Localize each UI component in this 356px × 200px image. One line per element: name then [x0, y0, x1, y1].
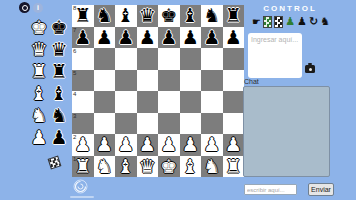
- square-a7[interactable]: 7♟: [72, 27, 94, 49]
- black-knight: ♞: [203, 6, 220, 25]
- square-b2[interactable]: ♟: [94, 134, 116, 156]
- white-pawn: ♟: [225, 135, 242, 154]
- square-b1[interactable]: ♞: [94, 156, 116, 178]
- square-c4[interactable]: [115, 91, 137, 113]
- square-e8[interactable]: ♚: [158, 5, 180, 27]
- square-e5[interactable]: [158, 70, 180, 92]
- rank-label-3: 3: [73, 113, 76, 120]
- piece-palette: ♚♚♛♛♜♜♝♝♞♞♟♟: [29, 16, 69, 148]
- square-e1[interactable]: ♚: [158, 156, 180, 178]
- palette-black-queen[interactable]: ♛: [49, 38, 69, 60]
- square-b5[interactable]: [94, 70, 116, 92]
- white-king: ♚: [160, 157, 177, 176]
- knight-icon[interactable]: ♞: [320, 16, 330, 27]
- white-bishop: ♝: [30, 84, 47, 103]
- black-king: ♚: [160, 6, 177, 25]
- black-pawn: ♟: [225, 28, 242, 47]
- white-queen: ♛: [30, 40, 47, 59]
- square-c6[interactable]: [115, 48, 137, 70]
- palette-white-bishop[interactable]: ♝: [29, 82, 49, 104]
- square-e2[interactable]: ♟: [158, 134, 180, 156]
- white-knight: ♞: [203, 157, 220, 176]
- palette-black-pawn[interactable]: ♟: [49, 126, 69, 148]
- white-pawn: ♟: [203, 135, 220, 154]
- black-pawn: ♟: [182, 28, 199, 47]
- square-c8[interactable]: ♝: [115, 5, 137, 27]
- white-pawn: ♟: [160, 135, 177, 154]
- green-pawn-icon[interactable]: ♟: [285, 16, 295, 27]
- square-h4[interactable]: [223, 91, 245, 113]
- watermark-caption: [70, 196, 94, 198]
- square-d1[interactable]: ♛: [137, 156, 159, 178]
- square-f8[interactable]: ♝: [180, 5, 202, 27]
- black-pawn: ♟: [96, 28, 113, 47]
- black-pawn: ♟: [139, 28, 156, 47]
- square-g1[interactable]: ♞: [201, 156, 223, 178]
- black-knight: ♞: [96, 6, 113, 25]
- white-pawn: ♟: [139, 135, 156, 154]
- square-h1[interactable]: ♜: [223, 156, 245, 178]
- chat-message-area[interactable]: [243, 86, 330, 177]
- white-pawn: ♟: [74, 135, 91, 154]
- black-pawn-icon[interactable]: ♟: [297, 16, 307, 27]
- square-f6[interactable]: [180, 48, 202, 70]
- square-d6[interactable]: [137, 48, 159, 70]
- black-rook: ♜: [225, 6, 242, 25]
- square-e7[interactable]: ♟: [158, 27, 180, 49]
- white-pawn: ♟: [96, 135, 113, 154]
- square-d2[interactable]: ♟: [137, 134, 159, 156]
- camera-icon[interactable]: [305, 65, 315, 73]
- chat-label: Chat: [244, 78, 259, 85]
- black-rook: ♜: [50, 62, 67, 81]
- square-c5[interactable]: [115, 70, 137, 92]
- square-a2[interactable]: 2♟: [72, 134, 94, 156]
- chess-app: i ♚♚♛♛♜♜♝♝♞♞♟♟ 8♜♞♝♛♚♝♞♜7♟♟♟♟♟♟♟♟65432♟♟…: [0, 0, 356, 200]
- square-d7[interactable]: ♟: [137, 27, 159, 49]
- white-knight: ♞: [30, 106, 47, 125]
- black-pawn: ♟: [74, 28, 91, 47]
- white-pawn: ♟: [117, 135, 134, 154]
- square-f7[interactable]: ♟: [180, 27, 202, 49]
- rank-label-4: 4: [73, 91, 76, 98]
- square-g5[interactable]: [201, 70, 223, 92]
- white-pawn: ♟: [30, 128, 47, 147]
- control-panel-title: CONTROL: [255, 4, 325, 13]
- palette-white-knight[interactable]: ♞: [29, 104, 49, 126]
- watermark-logo: [73, 179, 88, 194]
- square-c3[interactable]: [115, 113, 137, 135]
- chess-board: 8♜♞♝♛♚♝♞♜7♟♟♟♟♟♟♟♟65432♟♟♟♟♟♟♟♟1♜♞♝♛♚♝♞♜: [72, 5, 244, 177]
- about-icon[interactable]: [19, 2, 30, 13]
- square-d8[interactable]: ♛: [137, 5, 159, 27]
- square-h3[interactable]: [223, 113, 245, 135]
- rank-label-7: 7: [73, 27, 76, 34]
- black-pawn: ♟: [203, 28, 220, 47]
- square-g6[interactable]: [201, 48, 223, 70]
- refresh-icon[interactable]: ↻: [309, 16, 318, 27]
- square-f3[interactable]: [180, 113, 202, 135]
- bw-board-icon[interactable]: [274, 16, 283, 28]
- square-e6[interactable]: [158, 48, 180, 70]
- info-icon[interactable]: i: [33, 3, 43, 13]
- square-f1[interactable]: ♝: [180, 156, 202, 178]
- rank-label-8: 8: [73, 5, 76, 12]
- white-pawn: ♟: [182, 135, 199, 154]
- square-f4[interactable]: [180, 91, 202, 113]
- white-queen: ♛: [139, 157, 156, 176]
- black-pawn: ♟: [117, 28, 134, 47]
- black-queen: ♛: [50, 40, 67, 59]
- square-a3[interactable]: 3: [72, 113, 94, 135]
- square-g8[interactable]: ♞: [201, 5, 223, 27]
- palette-black-king[interactable]: ♚: [49, 16, 69, 38]
- white-rook: ♜: [225, 157, 242, 176]
- board-snapshot-icon[interactable]: [48, 156, 62, 170]
- white-king: ♚: [30, 18, 47, 37]
- black-knight: ♞: [50, 106, 67, 125]
- square-b3[interactable]: [94, 113, 116, 135]
- rank-label-5: 5: [73, 70, 76, 77]
- palette-black-knight[interactable]: ♞: [49, 104, 69, 126]
- square-b4[interactable]: [94, 91, 116, 113]
- chat-input[interactable]: [244, 184, 297, 195]
- square-b7[interactable]: ♟: [94, 27, 116, 49]
- black-queen: ♛: [139, 6, 156, 25]
- palette-white-king[interactable]: ♚: [29, 16, 49, 38]
- palette-white-queen[interactable]: ♛: [29, 38, 49, 60]
- square-a6[interactable]: 6: [72, 48, 94, 70]
- square-h5[interactable]: [223, 70, 245, 92]
- square-a4[interactable]: 4: [72, 91, 94, 113]
- square-h8[interactable]: ♜: [223, 5, 245, 27]
- send-button[interactable]: Enviar: [308, 183, 334, 196]
- square-d5[interactable]: [137, 70, 159, 92]
- white-bishop: ♝: [117, 157, 134, 176]
- square-d3[interactable]: [137, 113, 159, 135]
- square-e4[interactable]: [158, 91, 180, 113]
- white-rook: ♜: [74, 157, 91, 176]
- rank-label-2: 2: [73, 134, 76, 141]
- square-h7[interactable]: ♟: [223, 27, 245, 49]
- black-king: ♚: [50, 18, 67, 37]
- green-board-icon[interactable]: [263, 16, 272, 28]
- black-rook: ♜: [74, 6, 91, 25]
- palette-black-bishop[interactable]: ♝: [49, 82, 69, 104]
- palette-white-rook[interactable]: ♜: [29, 60, 49, 82]
- white-knight: ♞: [96, 157, 113, 176]
- square-c1[interactable]: ♝: [115, 156, 137, 178]
- hand-icon[interactable]: ☛: [252, 16, 261, 27]
- square-f2[interactable]: ♟: [180, 134, 202, 156]
- square-a8[interactable]: 8♜: [72, 5, 94, 27]
- rank-label-6: 6: [73, 48, 76, 55]
- square-g2[interactable]: ♟: [201, 134, 223, 156]
- square-a5[interactable]: 5: [72, 70, 94, 92]
- notes-input[interactable]: [248, 33, 302, 78]
- square-b6[interactable]: [94, 48, 116, 70]
- square-h6[interactable]: [223, 48, 245, 70]
- rank-label-1: 1: [73, 156, 76, 163]
- square-g7[interactable]: ♟: [201, 27, 223, 49]
- square-a1[interactable]: 1♜: [72, 156, 94, 178]
- square-b8[interactable]: ♞: [94, 5, 116, 27]
- square-c7[interactable]: ♟: [115, 27, 137, 49]
- white-bishop: ♝: [182, 157, 199, 176]
- square-f5[interactable]: [180, 70, 202, 92]
- black-bishop: ♝: [182, 6, 199, 25]
- black-bishop: ♝: [50, 84, 67, 103]
- control-icon-row: ☛ ♟ ♟ ↻ ♞: [252, 15, 330, 28]
- black-pawn: ♟: [160, 28, 177, 47]
- square-g3[interactable]: [201, 113, 223, 135]
- square-h2[interactable]: ♟: [223, 134, 245, 156]
- square-g4[interactable]: [201, 91, 223, 113]
- square-d4[interactable]: [137, 91, 159, 113]
- black-pawn: ♟: [50, 128, 67, 147]
- black-bishop: ♝: [117, 6, 134, 25]
- palette-white-pawn[interactable]: ♟: [29, 126, 49, 148]
- square-c2[interactable]: ♟: [115, 134, 137, 156]
- palette-black-rook[interactable]: ♜: [49, 60, 69, 82]
- square-e3[interactable]: [158, 113, 180, 135]
- white-rook: ♜: [30, 62, 47, 81]
